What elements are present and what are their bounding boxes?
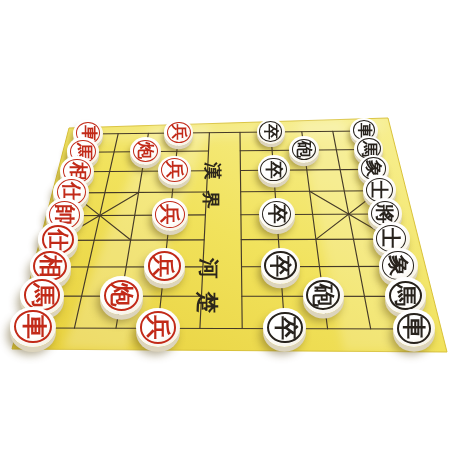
piece-black-cannon[interactable]: 砲 (303, 277, 344, 314)
piece-disc: 兵 (158, 156, 191, 186)
piece-ring: 車 (14, 310, 51, 343)
piece-character: 馬 (30, 283, 54, 307)
piece-character: 炮 (137, 142, 154, 159)
piece-ring: 砲 (306, 280, 340, 310)
product-photo: 漢界河楚 車馬相仕帥仕相馬車炮炮兵兵兵兵兵卒卒卒卒卒砲砲車馬象士將士象馬車 (0, 0, 450, 450)
piece-character: 兵 (171, 124, 187, 140)
piece-disc: 車 (393, 309, 436, 347)
piece-disc: 砲 (303, 277, 344, 314)
piece-disc: 兵 (152, 198, 189, 231)
piece-disc: 兵 (136, 308, 180, 348)
piece-disc: 兵 (164, 119, 193, 145)
piece-red-soldier[interactable]: 兵 (136, 308, 180, 348)
piece-disc: 卒 (258, 155, 290, 184)
piece-ring: 兵 (167, 122, 191, 143)
piece-character: 兵 (146, 315, 170, 339)
piece-character: 卒 (265, 161, 283, 179)
piece-black-cannon[interactable]: 砲 (289, 136, 319, 163)
piece-character: 卒 (273, 316, 297, 340)
piece-ring: 砲 (292, 139, 316, 161)
piece-character: 卒 (263, 124, 279, 140)
piece-character: 砲 (312, 284, 335, 307)
piece-character: 兵 (153, 255, 175, 277)
piece-character: 兵 (166, 161, 184, 179)
piece-ring: 卒 (259, 121, 282, 142)
piece-red-cannon[interactable]: 炮 (130, 137, 161, 165)
piece-character: 炮 (109, 283, 133, 307)
piece-ring: 兵 (161, 158, 188, 182)
piece-ring: 兵 (140, 311, 176, 343)
piece-black-soldier[interactable]: 卒 (259, 198, 295, 230)
piece-black-soldier[interactable]: 卒 (257, 119, 285, 144)
piece-ring: 卒 (262, 201, 291, 227)
piece-red-soldier[interactable]: 兵 (158, 156, 191, 186)
piece-red-soldier[interactable]: 兵 (164, 119, 193, 145)
piece-character: 馬 (395, 284, 417, 306)
piece-black-soldier[interactable]: 卒 (263, 308, 306, 347)
piece-black-soldier[interactable]: 卒 (258, 155, 290, 184)
piece-ring: 炮 (133, 140, 159, 163)
piece-disc: 卒 (257, 119, 285, 144)
piece-ring: 卒 (260, 158, 286, 181)
piece-red-chariot[interactable]: 車 (10, 307, 55, 348)
piece-ring: 象 (382, 251, 414, 279)
piece-disc: 車 (10, 307, 55, 348)
piece-ring: 卒 (264, 251, 296, 280)
piece-ring: 卒 (267, 312, 303, 344)
piece-character: 將 (375, 204, 394, 223)
piece-character: 相 (39, 255, 62, 278)
piece-ring: 兵 (148, 251, 181, 281)
piece-character: 士 (381, 228, 401, 248)
piece-ring: 車 (397, 313, 432, 344)
piece-character: 車 (21, 314, 46, 339)
piece-black-soldier[interactable]: 卒 (261, 248, 301, 284)
piece-disc: 卒 (261, 248, 301, 284)
piece-disc: 砲 (289, 136, 319, 163)
piece-ring: 兵 (155, 201, 185, 228)
piece-character: 卒 (267, 204, 287, 224)
pieces-layer: 車馬相仕帥仕相馬車炮炮兵兵兵兵兵卒卒卒卒卒砲砲車馬象士將士象馬車 (0, 0, 450, 450)
piece-character: 兵 (160, 204, 180, 224)
piece-ring: 馬 (389, 281, 422, 311)
piece-disc: 兵 (144, 248, 185, 285)
piece-character: 砲 (296, 141, 312, 157)
piece-disc: 卒 (263, 308, 306, 347)
piece-red-soldier[interactable]: 兵 (152, 198, 189, 231)
piece-character: 卒 (269, 255, 291, 277)
piece-disc: 炮 (130, 137, 161, 165)
piece-character: 車 (402, 316, 425, 339)
piece-character: 象 (388, 255, 409, 276)
piece-black-chariot[interactable]: 車 (393, 309, 436, 347)
piece-character: 士 (370, 181, 388, 199)
piece-ring: 炮 (104, 280, 139, 311)
piece-disc: 卒 (259, 198, 295, 230)
piece-red-soldier[interactable]: 兵 (144, 248, 185, 285)
